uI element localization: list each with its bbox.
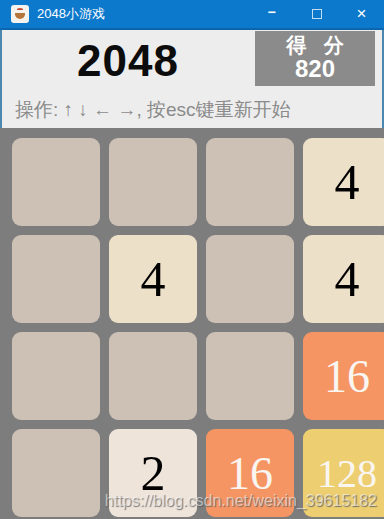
instructions-text: 操作: ↑ ↓ ← →, 按esc键重新开始 (2, 92, 382, 128)
maximize-button[interactable] (294, 0, 339, 28)
tile-r2c1 (12, 235, 100, 323)
java-cup (15, 13, 25, 19)
tile-r4c4: 128 (303, 429, 384, 517)
tile-r2c3 (206, 235, 294, 323)
java-cup-steam (17, 8, 23, 11)
tile-r4c2: 2 (109, 429, 197, 517)
titlebar[interactable]: 2048小游戏 − × (0, 0, 384, 30)
game-board: 44416216128 (0, 128, 384, 519)
window-controls: − × (249, 0, 384, 28)
tile-r1c2 (109, 138, 197, 226)
client-area: 2048 得 分 820 操作: ↑ ↓ ← →, 按esc键重新开始 4441… (0, 30, 384, 519)
tile-r1c1 (12, 138, 100, 226)
game-title: 2048 (2, 32, 254, 90)
tile-r4c3: 16 (206, 429, 294, 517)
tile-r1c4: 4 (303, 138, 384, 226)
tile-r2c2: 4 (109, 235, 197, 323)
score-box: 得 分 820 (255, 31, 375, 86)
minimize-icon: − (267, 4, 275, 20)
minimize-button[interactable]: − (249, 0, 294, 28)
tile-r3c3 (206, 332, 294, 420)
close-icon: × (357, 4, 367, 24)
close-button[interactable]: × (339, 0, 384, 28)
app-window: 2048小游戏 − × 2048 得 分 820 操作: ↑ ↓ ← →, 按e… (0, 0, 384, 519)
window-title: 2048小游戏 (37, 5, 105, 23)
tile-r2c4: 4 (303, 235, 384, 323)
tile-r3c4: 16 (303, 332, 384, 420)
header: 2048 得 分 820 (2, 30, 382, 92)
tile-r4c1 (12, 429, 100, 517)
tile-r1c3 (206, 138, 294, 226)
score-label: 得 分 (280, 35, 350, 56)
tile-r3c1 (12, 332, 100, 420)
tile-r3c2 (109, 332, 197, 420)
score-value: 820 (295, 56, 335, 81)
java-app-icon (11, 5, 29, 23)
maximize-icon (312, 9, 322, 19)
